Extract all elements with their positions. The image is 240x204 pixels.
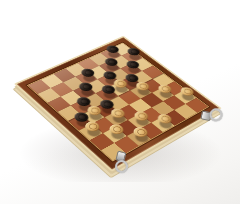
- board-scene: [0, 0, 240, 204]
- side-latch-ring-icon: [208, 107, 223, 122]
- checker-ring-groove: [129, 48, 140, 55]
- product-photo: [0, 0, 240, 204]
